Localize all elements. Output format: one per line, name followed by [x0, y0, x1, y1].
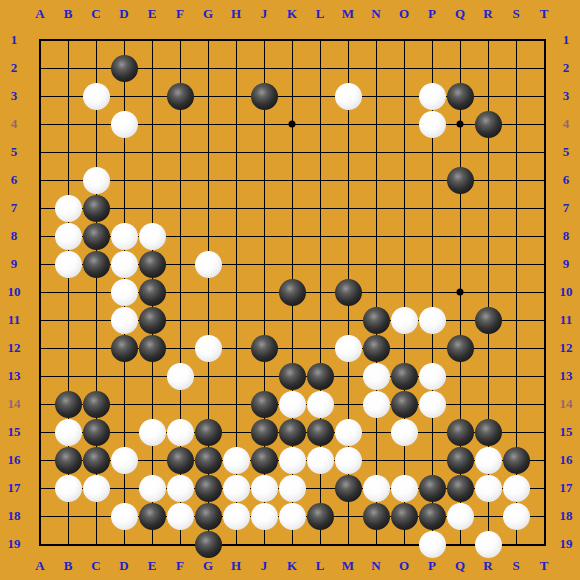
white-stone[interactable]	[111, 251, 138, 278]
column-label-bottom: K	[287, 558, 297, 574]
white-stone[interactable]	[83, 475, 110, 502]
column-label-bottom: O	[399, 558, 409, 574]
black-stone[interactable]	[139, 251, 166, 278]
white-stone[interactable]	[503, 475, 530, 502]
black-stone[interactable]	[307, 419, 334, 446]
white-stone[interactable]	[419, 391, 446, 418]
white-stone[interactable]	[223, 447, 250, 474]
row-label-left: 13	[8, 368, 21, 384]
white-stone[interactable]	[335, 419, 362, 446]
go-board: AABBCCDDEEFFGGHHJJKKLLMMNNOOPPQQRRSSTT11…	[0, 0, 580, 580]
column-label-bottom: N	[371, 558, 380, 574]
column-label-bottom: A	[35, 558, 44, 574]
white-stone[interactable]	[307, 391, 334, 418]
white-stone[interactable]	[83, 167, 110, 194]
column-label-bottom: E	[148, 558, 157, 574]
white-stone[interactable]	[419, 83, 446, 110]
column-label-bottom: T	[540, 558, 549, 574]
row-label-right: 1	[563, 32, 570, 48]
column-label-bottom: B	[64, 558, 73, 574]
black-stone[interactable]	[251, 335, 278, 362]
white-stone[interactable]	[251, 475, 278, 502]
black-stone[interactable]	[83, 223, 110, 250]
black-stone[interactable]	[475, 419, 502, 446]
white-stone[interactable]	[195, 335, 222, 362]
column-label-bottom: S	[512, 558, 519, 574]
column-label-top: B	[64, 6, 73, 22]
black-stone[interactable]	[139, 503, 166, 530]
white-stone[interactable]	[83, 83, 110, 110]
column-label-bottom: G	[203, 558, 213, 574]
white-stone[interactable]	[111, 503, 138, 530]
white-stone[interactable]	[391, 307, 418, 334]
white-stone[interactable]	[55, 475, 82, 502]
row-label-left: 2	[11, 60, 18, 76]
black-stone[interactable]	[139, 307, 166, 334]
white-stone[interactable]	[251, 503, 278, 530]
white-stone[interactable]	[335, 83, 362, 110]
white-stone[interactable]	[139, 223, 166, 250]
black-stone[interactable]	[419, 503, 446, 530]
white-stone[interactable]	[167, 419, 194, 446]
black-stone[interactable]	[447, 335, 474, 362]
black-stone[interactable]	[335, 279, 362, 306]
black-stone[interactable]	[475, 111, 502, 138]
board-intersections[interactable]	[26, 26, 558, 558]
white-stone[interactable]	[111, 223, 138, 250]
black-stone[interactable]	[167, 83, 194, 110]
column-label-top: E	[148, 6, 157, 22]
white-stone[interactable]	[167, 363, 194, 390]
white-stone[interactable]	[363, 391, 390, 418]
white-stone[interactable]	[363, 363, 390, 390]
white-stone[interactable]	[167, 503, 194, 530]
row-label-right: 11	[560, 312, 572, 328]
column-label-bottom: Q	[455, 558, 465, 574]
row-label-left: 14	[8, 396, 21, 412]
row-label-left: 15	[8, 424, 21, 440]
row-label-right: 18	[560, 508, 573, 524]
row-label-right: 10	[560, 284, 573, 300]
black-stone[interactable]	[83, 391, 110, 418]
row-label-right: 17	[560, 480, 573, 496]
column-label-bottom: F	[176, 558, 184, 574]
row-label-left: 8	[11, 228, 18, 244]
row-label-left: 4	[11, 116, 18, 132]
white-stone[interactable]	[503, 503, 530, 530]
row-label-left: 1	[11, 32, 18, 48]
row-label-right: 2	[563, 60, 570, 76]
black-stone[interactable]	[391, 503, 418, 530]
black-stone[interactable]	[195, 419, 222, 446]
white-stone[interactable]	[111, 111, 138, 138]
black-stone[interactable]	[83, 419, 110, 446]
column-label-bottom: D	[119, 558, 128, 574]
row-label-left: 19	[8, 536, 21, 552]
black-stone[interactable]	[307, 363, 334, 390]
black-stone[interactable]	[419, 475, 446, 502]
row-label-right: 19	[560, 536, 573, 552]
column-label-top: D	[119, 6, 128, 22]
column-label-top: G	[203, 6, 213, 22]
column-label-bottom: L	[316, 558, 325, 574]
white-stone[interactable]	[111, 279, 138, 306]
black-stone[interactable]	[447, 83, 474, 110]
row-label-right: 16	[560, 452, 573, 468]
column-label-bottom: H	[231, 558, 241, 574]
black-stone[interactable]	[139, 279, 166, 306]
black-stone[interactable]	[251, 447, 278, 474]
white-stone[interactable]	[139, 475, 166, 502]
row-label-left: 16	[8, 452, 21, 468]
row-label-left: 9	[11, 256, 18, 272]
black-stone[interactable]	[475, 307, 502, 334]
black-stone[interactable]	[195, 447, 222, 474]
white-stone[interactable]	[223, 503, 250, 530]
row-label-right: 8	[563, 228, 570, 244]
black-stone[interactable]	[503, 447, 530, 474]
row-label-right: 3	[563, 88, 570, 104]
white-stone[interactable]	[307, 447, 334, 474]
white-stone[interactable]	[279, 447, 306, 474]
column-label-top: H	[231, 6, 241, 22]
black-stone[interactable]	[83, 195, 110, 222]
white-stone[interactable]	[419, 363, 446, 390]
white-stone[interactable]	[111, 307, 138, 334]
column-label-bottom: P	[428, 558, 436, 574]
black-stone[interactable]	[251, 391, 278, 418]
black-stone[interactable]	[447, 447, 474, 474]
black-stone[interactable]	[363, 307, 390, 334]
column-label-top: C	[91, 6, 100, 22]
white-stone[interactable]	[55, 223, 82, 250]
row-label-left: 11	[8, 312, 20, 328]
white-stone[interactable]	[475, 447, 502, 474]
black-stone[interactable]	[139, 335, 166, 362]
column-label-bottom: C	[91, 558, 100, 574]
white-stone[interactable]	[55, 251, 82, 278]
column-label-top: Q	[455, 6, 465, 22]
white-stone[interactable]	[55, 419, 82, 446]
row-label-left: 7	[11, 200, 18, 216]
row-label-right: 12	[560, 340, 573, 356]
black-stone[interactable]	[251, 419, 278, 446]
column-label-top: P	[428, 6, 436, 22]
column-label-top: M	[342, 6, 354, 22]
column-label-top: F	[176, 6, 184, 22]
row-label-left: 3	[11, 88, 18, 104]
white-stone[interactable]	[335, 447, 362, 474]
white-stone[interactable]	[391, 475, 418, 502]
black-stone[interactable]	[363, 503, 390, 530]
black-stone[interactable]	[83, 447, 110, 474]
white-stone[interactable]	[447, 503, 474, 530]
white-stone[interactable]	[223, 475, 250, 502]
black-stone[interactable]	[447, 167, 474, 194]
black-stone[interactable]	[167, 447, 194, 474]
row-label-left: 12	[8, 340, 21, 356]
black-stone[interactable]	[447, 475, 474, 502]
column-label-top: O	[399, 6, 409, 22]
column-label-top: A	[35, 6, 44, 22]
white-stone[interactable]	[391, 419, 418, 446]
row-label-left: 6	[11, 172, 18, 188]
black-stone[interactable]	[55, 391, 82, 418]
black-stone[interactable]	[195, 531, 222, 558]
black-stone[interactable]	[391, 391, 418, 418]
column-label-top: R	[483, 6, 492, 22]
row-label-left: 5	[11, 144, 18, 160]
row-label-right: 14	[560, 396, 573, 412]
column-label-top: J	[261, 6, 268, 22]
column-label-bottom: R	[483, 558, 492, 574]
white-stone[interactable]	[335, 335, 362, 362]
row-label-left: 17	[8, 480, 21, 496]
row-label-left: 10	[8, 284, 21, 300]
white-stone[interactable]	[195, 251, 222, 278]
black-stone[interactable]	[195, 475, 222, 502]
column-label-bottom: M	[342, 558, 354, 574]
row-label-right: 5	[563, 144, 570, 160]
black-stone[interactable]	[279, 419, 306, 446]
row-label-right: 15	[560, 424, 573, 440]
white-stone[interactable]	[167, 475, 194, 502]
white-stone[interactable]	[475, 475, 502, 502]
black-stone[interactable]	[251, 83, 278, 110]
white-stone[interactable]	[419, 307, 446, 334]
white-stone[interactable]	[111, 447, 138, 474]
column-label-top: L	[316, 6, 325, 22]
row-label-right: 6	[563, 172, 570, 188]
black-stone[interactable]	[447, 419, 474, 446]
column-label-top: N	[371, 6, 380, 22]
row-label-right: 13	[560, 368, 573, 384]
black-stone[interactable]	[111, 55, 138, 82]
white-stone[interactable]	[279, 503, 306, 530]
row-label-right: 9	[563, 256, 570, 272]
white-stone[interactable]	[279, 475, 306, 502]
black-stone[interactable]	[307, 503, 334, 530]
black-stone[interactable]	[363, 335, 390, 362]
column-label-top: K	[287, 6, 297, 22]
black-stone[interactable]	[83, 251, 110, 278]
black-stone[interactable]	[279, 363, 306, 390]
black-stone[interactable]	[55, 447, 82, 474]
black-stone[interactable]	[391, 363, 418, 390]
column-label-top: T	[540, 6, 549, 22]
row-label-right: 7	[563, 200, 570, 216]
white-stone[interactable]	[279, 391, 306, 418]
black-stone[interactable]	[195, 503, 222, 530]
column-label-bottom: J	[261, 558, 268, 574]
black-stone[interactable]	[335, 475, 362, 502]
white-stone[interactable]	[419, 531, 446, 558]
white-stone[interactable]	[419, 111, 446, 138]
white-stone[interactable]	[363, 475, 390, 502]
column-label-top: S	[512, 6, 519, 22]
black-stone[interactable]	[279, 279, 306, 306]
row-label-left: 18	[8, 508, 21, 524]
white-stone[interactable]	[55, 195, 82, 222]
black-stone[interactable]	[111, 335, 138, 362]
white-stone[interactable]	[139, 419, 166, 446]
white-stone[interactable]	[475, 531, 502, 558]
row-label-right: 4	[563, 116, 570, 132]
